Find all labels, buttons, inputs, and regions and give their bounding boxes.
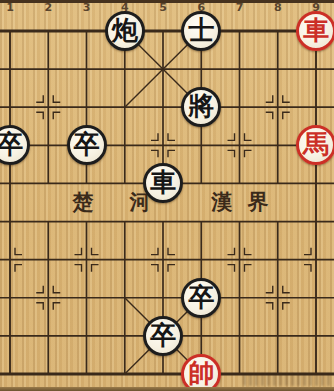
piece-glyph: 馬 — [303, 132, 329, 158]
piece-glyph: 卒 — [0, 132, 23, 158]
piece-black-soldier-f3r4[interactable]: 卒 — [67, 125, 107, 165]
piece-red-chariot-f9r1[interactable]: 車 — [296, 11, 334, 51]
piece-red-horse-f9r4[interactable]: 馬 — [296, 125, 334, 165]
river-char-jie: 界 — [248, 190, 269, 214]
river-char-chu: 楚 — [73, 190, 94, 214]
piece-glyph: 車 — [303, 18, 329, 44]
watermark — [243, 373, 331, 386]
piece-glyph: 車 — [150, 170, 176, 196]
piece-glyph: 將 — [188, 94, 214, 120]
piece-black-soldier-f6r8[interactable]: 卒 — [181, 278, 221, 318]
piece-glyph: 卒 — [188, 285, 214, 311]
piece-glyph: 士 — [188, 18, 214, 44]
piece-glyph: 卒 — [74, 132, 100, 158]
photo-bottom-edge — [0, 387, 334, 391]
river-char-han: 漢 — [212, 190, 233, 214]
xiangqi-board-photo: 1 2 3 4 5 6 7 8 9 楚 河 漢 界 炮 士 車 將 卒 卒 馬 … — [0, 0, 334, 391]
piece-glyph: 炮 — [112, 18, 138, 44]
piece-glyph: 帥 — [188, 361, 214, 387]
piece-red-general-f6r10[interactable]: 帥 — [181, 354, 221, 391]
piece-glyph: 卒 — [150, 323, 176, 349]
piece-black-cannon-f4r1[interactable]: 炮 — [105, 11, 145, 51]
piece-black-soldier-f5r9[interactable]: 卒 — [143, 316, 183, 356]
